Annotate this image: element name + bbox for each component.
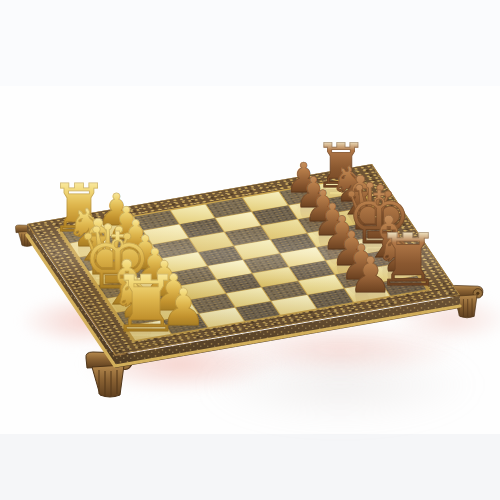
board-squares [57,177,430,342]
chess-board [27,164,460,355]
product-photo: ♜♜♞♞♝♝♛♛♚♚♝♝♞♞♜♜♟♟♟♟♟♟♟♟♟♟♟♟♟♟♟♟♟♟♟♟♟♟♟♟… [0,0,500,500]
background-top-band [0,0,500,86]
front-foot [86,352,132,397]
board-shadow [200,345,480,425]
background-bottom-band [0,434,500,500]
